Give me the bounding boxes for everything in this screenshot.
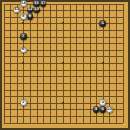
move-number: 13 (34, 8, 39, 12)
grid-line-vertical (4, 4, 5, 123)
go-diagram: 14151712111389176243510 (0, 0, 130, 130)
white-stone-D12[interactable]: 6 (20, 47, 27, 54)
move-number: 1 (101, 22, 104, 26)
grid-line-horizontal (4, 83, 123, 84)
grid-line-vertical (123, 4, 124, 123)
grid-line-horizontal (4, 123, 123, 124)
grid-line-vertical (17, 4, 18, 123)
grid-line-vertical (56, 4, 57, 123)
grid-line-vertical (43, 4, 44, 123)
grid-line-vertical (96, 4, 97, 123)
black-stone-D14[interactable]: 7 (20, 33, 27, 40)
grid-line-vertical (76, 4, 77, 123)
grid-line-vertical (109, 4, 110, 123)
black-stone-E17[interactable]: 9 (27, 13, 34, 20)
grid-line-horizontal (4, 70, 123, 71)
grid-line-vertical (63, 4, 64, 123)
black-stone-F19[interactable]: 15 (33, 0, 40, 7)
grid-line-horizontal (4, 63, 123, 64)
grid-line-horizontal (4, 56, 123, 57)
grid-line-vertical (30, 4, 31, 123)
move-number: 6 (22, 48, 25, 52)
move-number: 8 (22, 15, 25, 19)
move-number: 3 (95, 108, 98, 112)
hoshi-point (22, 22, 24, 24)
white-stone-D19[interactable]: 14 (20, 0, 27, 7)
grid-line-horizontal (4, 96, 123, 97)
grid-line-horizontal (4, 116, 123, 117)
move-number: 15 (34, 2, 39, 6)
move-number: 11 (27, 8, 32, 12)
grid-line-horizontal (4, 30, 123, 31)
grid-line-vertical (90, 4, 91, 123)
move-number: 9 (29, 15, 32, 19)
move-number: 7 (22, 35, 25, 39)
black-stone-Q3[interactable]: 5 (99, 106, 106, 113)
hoshi-point (22, 62, 24, 64)
black-stone-G19[interactable]: 17 (40, 0, 47, 7)
hoshi-point (102, 62, 104, 64)
grid-line-vertical (116, 4, 117, 123)
move-number: 12 (14, 8, 19, 12)
grid-line-vertical (50, 4, 51, 123)
move-number: 10 (107, 108, 112, 112)
grid-line-vertical (37, 4, 38, 123)
black-stone-E18[interactable]: 11 (27, 7, 34, 14)
grid-line-vertical (83, 4, 84, 123)
grid-line-horizontal (4, 90, 123, 91)
white-stone-Q4[interactable]: 4 (99, 99, 106, 106)
grid-line-vertical (10, 4, 11, 123)
black-stone-F18[interactable]: 13 (33, 7, 40, 14)
black-stone-P3[interactable]: 3 (93, 106, 100, 113)
black-stone-Q16[interactable]: 1 (99, 20, 106, 27)
white-stone-R3[interactable]: 10 (106, 106, 113, 113)
grid-line-vertical (70, 4, 71, 123)
white-stone-C18[interactable]: 12 (13, 7, 20, 14)
grid-line-horizontal (4, 10, 123, 11)
white-stone-D4[interactable]: 2 (20, 99, 27, 106)
move-number: 17 (41, 2, 46, 6)
move-number: 4 (101, 101, 104, 105)
hoshi-point (62, 102, 64, 104)
move-number: 2 (22, 101, 25, 105)
hoshi-point (62, 22, 64, 24)
go-board[interactable]: 14151712111389176243510 (0, 0, 130, 130)
white-stone-D17[interactable]: 8 (20, 13, 27, 20)
hoshi-point (62, 62, 64, 64)
move-number: 14 (21, 2, 26, 6)
grid-line-horizontal (4, 76, 123, 77)
move-number: 5 (101, 108, 104, 112)
grid-line-horizontal (4, 43, 123, 44)
